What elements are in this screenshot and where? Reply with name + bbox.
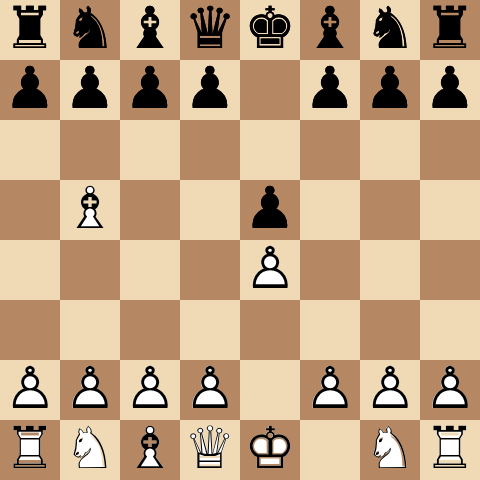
black-pawn-outline: ♟ bbox=[60, 58, 120, 118]
square-f3[interactable] bbox=[300, 300, 360, 360]
white-queen-outline: ♕ bbox=[180, 418, 240, 478]
piece-white-pawn-c2[interactable]: ♟♙ bbox=[120, 360, 180, 420]
piece-white-pawn-d2[interactable]: ♟♙ bbox=[180, 360, 240, 420]
black-bishop-outline: ♝ bbox=[300, 0, 360, 58]
black-knight-outline: ♞ bbox=[360, 0, 420, 58]
black-pawn-outline: ♟ bbox=[240, 178, 300, 238]
square-f5[interactable] bbox=[300, 180, 360, 240]
white-knight-outline: ♘ bbox=[360, 418, 420, 478]
square-a5[interactable] bbox=[0, 180, 60, 240]
white-pawn-outline: ♙ bbox=[300, 358, 360, 418]
black-rook-outline: ♜ bbox=[0, 0, 60, 58]
piece-black-knight-g8[interactable]: ♞♞ bbox=[360, 0, 420, 60]
square-e6[interactable] bbox=[240, 120, 300, 180]
piece-black-pawn-e5[interactable]: ♟♟ bbox=[240, 180, 300, 240]
piece-black-pawn-f7[interactable]: ♟♟ bbox=[300, 60, 360, 120]
square-e1[interactable]: ♚♔ bbox=[240, 420, 300, 480]
square-g5[interactable] bbox=[360, 180, 420, 240]
square-e5[interactable]: ♟♟ bbox=[240, 180, 300, 240]
square-g3[interactable] bbox=[360, 300, 420, 360]
piece-white-bishop-c1[interactable]: ♝♗ bbox=[120, 420, 180, 480]
square-b5[interactable]: ♝♗ bbox=[60, 180, 120, 240]
square-f4[interactable] bbox=[300, 240, 360, 300]
square-a2[interactable]: ♟♙ bbox=[0, 360, 60, 420]
piece-white-bishop-b5[interactable]: ♝♗ bbox=[60, 180, 120, 240]
square-e2[interactable] bbox=[240, 360, 300, 420]
piece-black-bishop-c8[interactable]: ♝♝ bbox=[120, 0, 180, 60]
square-g8[interactable]: ♞♞ bbox=[360, 0, 420, 60]
square-g4[interactable] bbox=[360, 240, 420, 300]
square-c7[interactable]: ♟♟ bbox=[120, 60, 180, 120]
square-a6[interactable] bbox=[0, 120, 60, 180]
black-bishop-outline: ♝ bbox=[120, 0, 180, 58]
square-d1[interactable]: ♛♕ bbox=[180, 420, 240, 480]
square-h8[interactable]: ♜♜ bbox=[420, 0, 480, 60]
square-g6[interactable] bbox=[360, 120, 420, 180]
square-b8[interactable]: ♞♞ bbox=[60, 0, 120, 60]
square-f8[interactable]: ♝♝ bbox=[300, 0, 360, 60]
square-e4[interactable]: ♟♙ bbox=[240, 240, 300, 300]
square-c3[interactable] bbox=[120, 300, 180, 360]
black-pawn-outline: ♟ bbox=[360, 58, 420, 118]
white-pawn-outline: ♙ bbox=[120, 358, 180, 418]
piece-black-pawn-b7[interactable]: ♟♟ bbox=[60, 60, 120, 120]
square-h5[interactable] bbox=[420, 180, 480, 240]
piece-white-pawn-a2[interactable]: ♟♙ bbox=[0, 360, 60, 420]
white-king-outline: ♔ bbox=[240, 418, 300, 478]
piece-black-queen-d8[interactable]: ♛♛ bbox=[180, 0, 240, 60]
square-b2[interactable]: ♟♙ bbox=[60, 360, 120, 420]
square-c6[interactable] bbox=[120, 120, 180, 180]
square-b7[interactable]: ♟♟ bbox=[60, 60, 120, 120]
square-d2[interactable]: ♟♙ bbox=[180, 360, 240, 420]
piece-white-pawn-g2[interactable]: ♟♙ bbox=[360, 360, 420, 420]
square-f7[interactable]: ♟♟ bbox=[300, 60, 360, 120]
black-king-outline: ♚ bbox=[240, 0, 300, 58]
square-f1[interactable] bbox=[300, 420, 360, 480]
square-d6[interactable] bbox=[180, 120, 240, 180]
white-knight-outline: ♘ bbox=[60, 418, 120, 478]
square-f6[interactable] bbox=[300, 120, 360, 180]
piece-white-pawn-e4[interactable]: ♟♙ bbox=[240, 240, 300, 300]
square-d5[interactable] bbox=[180, 180, 240, 240]
black-pawn-outline: ♟ bbox=[120, 58, 180, 118]
black-pawn-outline: ♟ bbox=[300, 58, 360, 118]
chess-board: ♜♜♞♞♝♝♛♛♚♚♝♝♞♞♜♜♟♟♟♟♟♟♟♟♟♟♟♟♟♟♝♗♟♟♟♙♟♙♟♙… bbox=[0, 0, 480, 480]
piece-black-pawn-a7[interactable]: ♟♟ bbox=[0, 60, 60, 120]
black-pawn-outline: ♟ bbox=[420, 58, 480, 118]
square-c8[interactable]: ♝♝ bbox=[120, 0, 180, 60]
square-e8[interactable]: ♚♚ bbox=[240, 0, 300, 60]
white-bishop-outline: ♗ bbox=[60, 178, 120, 238]
white-pawn-outline: ♙ bbox=[420, 358, 480, 418]
square-e3[interactable] bbox=[240, 300, 300, 360]
piece-black-bishop-f8[interactable]: ♝♝ bbox=[300, 0, 360, 60]
black-knight-outline: ♞ bbox=[60, 0, 120, 58]
square-g2[interactable]: ♟♙ bbox=[360, 360, 420, 420]
square-h6[interactable] bbox=[420, 120, 480, 180]
square-a1[interactable]: ♜♖ bbox=[0, 420, 60, 480]
piece-white-pawn-f2[interactable]: ♟♙ bbox=[300, 360, 360, 420]
white-pawn-outline: ♙ bbox=[180, 358, 240, 418]
square-c5[interactable] bbox=[120, 180, 180, 240]
piece-white-queen-d1[interactable]: ♛♕ bbox=[180, 420, 240, 480]
square-b1[interactable]: ♞♘ bbox=[60, 420, 120, 480]
square-d8[interactable]: ♛♛ bbox=[180, 0, 240, 60]
piece-black-pawn-g7[interactable]: ♟♟ bbox=[360, 60, 420, 120]
piece-black-king-e8[interactable]: ♚♚ bbox=[240, 0, 300, 60]
square-d3[interactable] bbox=[180, 300, 240, 360]
square-a7[interactable]: ♟♟ bbox=[0, 60, 60, 120]
square-c2[interactable]: ♟♙ bbox=[120, 360, 180, 420]
square-b6[interactable] bbox=[60, 120, 120, 180]
square-h1[interactable]: ♜♖ bbox=[420, 420, 480, 480]
square-h7[interactable]: ♟♟ bbox=[420, 60, 480, 120]
piece-white-rook-h1[interactable]: ♜♖ bbox=[420, 420, 480, 480]
piece-black-rook-a8[interactable]: ♜♜ bbox=[0, 0, 60, 60]
square-d4[interactable] bbox=[180, 240, 240, 300]
piece-white-pawn-h2[interactable]: ♟♙ bbox=[420, 360, 480, 420]
white-pawn-outline: ♙ bbox=[60, 358, 120, 418]
square-a8[interactable]: ♜♜ bbox=[0, 0, 60, 60]
square-d7[interactable]: ♟♟ bbox=[180, 60, 240, 120]
square-h4[interactable] bbox=[420, 240, 480, 300]
black-rook-outline: ♜ bbox=[420, 0, 480, 58]
square-a4[interactable] bbox=[0, 240, 60, 300]
square-e7[interactable] bbox=[240, 60, 300, 120]
white-rook-outline: ♖ bbox=[420, 418, 480, 478]
square-b4[interactable] bbox=[60, 240, 120, 300]
square-f2[interactable]: ♟♙ bbox=[300, 360, 360, 420]
square-h2[interactable]: ♟♙ bbox=[420, 360, 480, 420]
black-queen-outline: ♛ bbox=[180, 0, 240, 58]
piece-black-pawn-h7[interactable]: ♟♟ bbox=[420, 60, 480, 120]
piece-black-knight-b8[interactable]: ♞♞ bbox=[60, 0, 120, 60]
piece-black-pawn-c7[interactable]: ♟♟ bbox=[120, 60, 180, 120]
black-pawn-outline: ♟ bbox=[180, 58, 240, 118]
piece-white-knight-b1[interactable]: ♞♘ bbox=[60, 420, 120, 480]
square-b3[interactable] bbox=[60, 300, 120, 360]
square-g7[interactable]: ♟♟ bbox=[360, 60, 420, 120]
piece-black-pawn-d7[interactable]: ♟♟ bbox=[180, 60, 240, 120]
square-h3[interactable] bbox=[420, 300, 480, 360]
piece-black-rook-h8[interactable]: ♜♜ bbox=[420, 0, 480, 60]
white-pawn-outline: ♙ bbox=[0, 358, 60, 418]
square-a3[interactable] bbox=[0, 300, 60, 360]
square-g1[interactable]: ♞♘ bbox=[360, 420, 420, 480]
square-c4[interactable] bbox=[120, 240, 180, 300]
piece-white-rook-a1[interactable]: ♜♖ bbox=[0, 420, 60, 480]
square-c1[interactable]: ♝♗ bbox=[120, 420, 180, 480]
white-pawn-outline: ♙ bbox=[360, 358, 420, 418]
white-rook-outline: ♖ bbox=[0, 418, 60, 478]
piece-white-pawn-b2[interactable]: ♟♙ bbox=[60, 360, 120, 420]
white-pawn-outline: ♙ bbox=[240, 238, 300, 298]
piece-white-knight-g1[interactable]: ♞♘ bbox=[360, 420, 420, 480]
piece-white-king-e1[interactable]: ♚♔ bbox=[240, 420, 300, 480]
white-bishop-outline: ♗ bbox=[120, 418, 180, 478]
black-pawn-outline: ♟ bbox=[0, 58, 60, 118]
